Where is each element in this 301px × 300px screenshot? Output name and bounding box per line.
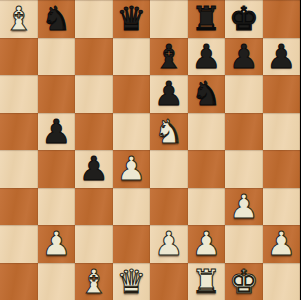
square-b6[interactable]: [38, 75, 76, 113]
square-f5[interactable]: [188, 113, 226, 151]
square-c5[interactable]: [75, 113, 113, 151]
square-a2[interactable]: [0, 225, 38, 263]
square-e6[interactable]: ♟: [150, 75, 188, 113]
black-pawn[interactable]: ♟: [266, 38, 296, 76]
square-d8[interactable]: ♛: [113, 0, 151, 38]
square-e8[interactable]: [150, 0, 188, 38]
white-pawn[interactable]: ♟: [229, 188, 259, 226]
square-g1[interactable]: ♚: [225, 263, 263, 300]
square-h7[interactable]: ♟: [263, 38, 301, 76]
square-a3[interactable]: [0, 188, 38, 226]
square-c6[interactable]: [75, 75, 113, 113]
white-pawn[interactable]: ♟: [266, 225, 296, 263]
square-e3[interactable]: [150, 188, 188, 226]
square-h3[interactable]: [263, 188, 301, 226]
square-f3[interactable]: [188, 188, 226, 226]
white-pawn[interactable]: ♟: [191, 225, 221, 263]
square-d3[interactable]: [113, 188, 151, 226]
black-queen[interactable]: ♛: [116, 0, 146, 38]
square-g5[interactable]: [225, 113, 263, 151]
square-d5[interactable]: [113, 113, 151, 151]
square-f1[interactable]: ♜: [188, 263, 226, 300]
square-h4[interactable]: [263, 150, 301, 188]
square-d1[interactable]: ♛: [113, 263, 151, 300]
square-f6[interactable]: ♞: [188, 75, 226, 113]
square-c1[interactable]: ♝: [75, 263, 113, 300]
square-b8[interactable]: ♞: [38, 0, 76, 38]
black-rook[interactable]: ♜: [191, 0, 221, 38]
square-e4[interactable]: [150, 150, 188, 188]
square-a7[interactable]: [0, 38, 38, 76]
white-pawn[interactable]: ♟: [154, 225, 184, 263]
square-g4[interactable]: [225, 150, 263, 188]
square-g2[interactable]: [225, 225, 263, 263]
square-f2[interactable]: ♟: [188, 225, 226, 263]
black-pawn[interactable]: ♟: [154, 75, 184, 113]
square-h5[interactable]: [263, 113, 301, 151]
square-h1[interactable]: [263, 263, 301, 300]
black-pawn[interactable]: ♟: [41, 113, 71, 151]
white-bishop[interactable]: ♝: [4, 0, 34, 38]
square-e5[interactable]: ♞: [150, 113, 188, 151]
square-b5[interactable]: ♟: [38, 113, 76, 151]
white-bishop[interactable]: ♝: [79, 263, 109, 300]
square-c2[interactable]: [75, 225, 113, 263]
square-f7[interactable]: ♟: [188, 38, 226, 76]
white-pawn[interactable]: ♟: [116, 150, 146, 188]
black-pawn[interactable]: ♟: [79, 150, 109, 188]
square-h6[interactable]: [263, 75, 301, 113]
square-a5[interactable]: [0, 113, 38, 151]
square-e7[interactable]: ♝: [150, 38, 188, 76]
square-c4[interactable]: ♟: [75, 150, 113, 188]
square-c8[interactable]: [75, 0, 113, 38]
square-g7[interactable]: ♟: [225, 38, 263, 76]
square-b7[interactable]: [38, 38, 76, 76]
square-h8[interactable]: [263, 0, 301, 38]
white-rook[interactable]: ♜: [191, 263, 221, 300]
black-knight[interactable]: ♞: [41, 0, 71, 38]
square-c3[interactable]: [75, 188, 113, 226]
black-bishop[interactable]: ♝: [154, 38, 184, 76]
square-a8[interactable]: ♝: [0, 0, 38, 38]
black-knight[interactable]: ♞: [191, 75, 221, 113]
square-d7[interactable]: [113, 38, 151, 76]
square-b4[interactable]: [38, 150, 76, 188]
square-d6[interactable]: [113, 75, 151, 113]
square-a1[interactable]: [0, 263, 38, 300]
square-b3[interactable]: [38, 188, 76, 226]
square-g3[interactable]: ♟: [225, 188, 263, 226]
square-h2[interactable]: ♟: [263, 225, 301, 263]
square-g6[interactable]: [225, 75, 263, 113]
square-f8[interactable]: ♜: [188, 0, 226, 38]
white-queen[interactable]: ♛: [116, 263, 146, 300]
square-c7[interactable]: [75, 38, 113, 76]
square-e1[interactable]: [150, 263, 188, 300]
black-pawn[interactable]: ♟: [229, 38, 259, 76]
square-e2[interactable]: ♟: [150, 225, 188, 263]
square-a6[interactable]: [0, 75, 38, 113]
white-pawn[interactable]: ♟: [41, 225, 71, 263]
black-pawn[interactable]: ♟: [191, 38, 221, 76]
black-king[interactable]: ♚: [229, 0, 259, 38]
square-d4[interactable]: ♟: [113, 150, 151, 188]
square-b2[interactable]: ♟: [38, 225, 76, 263]
square-f4[interactable]: [188, 150, 226, 188]
square-g8[interactable]: ♚: [225, 0, 263, 38]
chess-board: ♝♞♛♜♚♝♟♟♟♟♞♟♞♟♟♟♟♟♟♟♝♛♜♚: [0, 0, 300, 300]
square-d2[interactable]: [113, 225, 151, 263]
white-knight[interactable]: ♞: [154, 113, 184, 151]
square-b1[interactable]: [38, 263, 76, 300]
square-a4[interactable]: [0, 150, 38, 188]
white-king[interactable]: ♚: [229, 263, 259, 300]
